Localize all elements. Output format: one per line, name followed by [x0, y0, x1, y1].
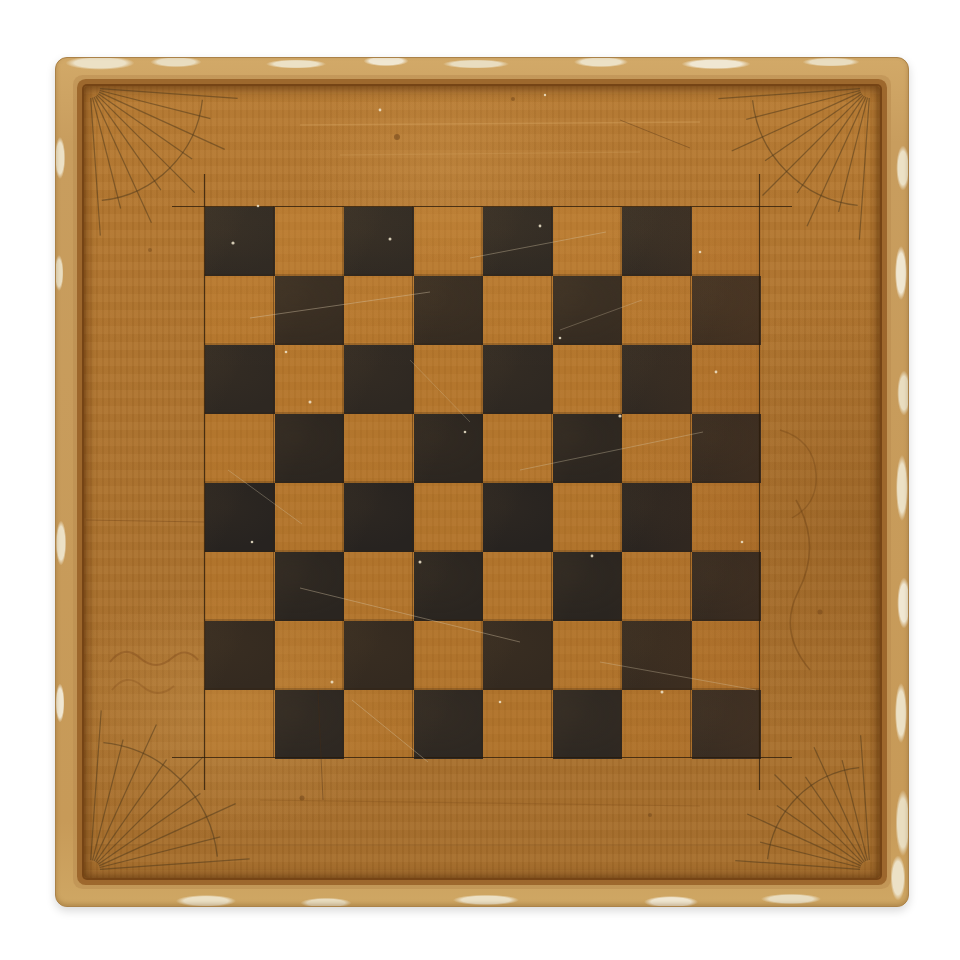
- square-e6[interactable]: [483, 345, 553, 414]
- square-h6[interactable]: [692, 345, 762, 414]
- square-f1[interactable]: [553, 690, 623, 759]
- square-b6[interactable]: [275, 345, 345, 414]
- square-d8[interactable]: [414, 207, 484, 276]
- square-c2[interactable]: [344, 621, 414, 690]
- square-e5[interactable]: [483, 414, 553, 483]
- square-f6[interactable]: [553, 345, 623, 414]
- square-g1[interactable]: [622, 690, 692, 759]
- square-g2[interactable]: [622, 621, 692, 690]
- square-h8[interactable]: [692, 207, 762, 276]
- game-board: [55, 57, 909, 907]
- square-h1[interactable]: [692, 690, 762, 759]
- square-b5[interactable]: [275, 414, 345, 483]
- square-d5[interactable]: [414, 414, 484, 483]
- checkerboard: [205, 207, 761, 759]
- square-g6[interactable]: [622, 345, 692, 414]
- square-g4[interactable]: [622, 483, 692, 552]
- square-c5[interactable]: [344, 414, 414, 483]
- square-d1[interactable]: [414, 690, 484, 759]
- square-e3[interactable]: [483, 552, 553, 621]
- square-f2[interactable]: [553, 621, 623, 690]
- square-d3[interactable]: [414, 552, 484, 621]
- square-g7[interactable]: [622, 276, 692, 345]
- square-g5[interactable]: [622, 414, 692, 483]
- square-f7[interactable]: [553, 276, 623, 345]
- square-b1[interactable]: [275, 690, 345, 759]
- square-f5[interactable]: [553, 414, 623, 483]
- square-b4[interactable]: [275, 483, 345, 552]
- square-h7[interactable]: [692, 276, 762, 345]
- square-c7[interactable]: [344, 276, 414, 345]
- square-a3[interactable]: [205, 552, 275, 621]
- square-a4[interactable]: [205, 483, 275, 552]
- square-h4[interactable]: [692, 483, 762, 552]
- square-h2[interactable]: [692, 621, 762, 690]
- square-e4[interactable]: [483, 483, 553, 552]
- square-c3[interactable]: [344, 552, 414, 621]
- square-e7[interactable]: [483, 276, 553, 345]
- square-a2[interactable]: [205, 621, 275, 690]
- square-d2[interactable]: [414, 621, 484, 690]
- board-surface: [84, 86, 880, 878]
- square-b2[interactable]: [275, 621, 345, 690]
- square-c6[interactable]: [344, 345, 414, 414]
- square-c4[interactable]: [344, 483, 414, 552]
- square-f3[interactable]: [553, 552, 623, 621]
- square-e2[interactable]: [483, 621, 553, 690]
- square-d4[interactable]: [414, 483, 484, 552]
- square-g3[interactable]: [622, 552, 692, 621]
- photo-background: [0, 0, 960, 960]
- square-d7[interactable]: [414, 276, 484, 345]
- square-e1[interactable]: [483, 690, 553, 759]
- square-a1[interactable]: [205, 690, 275, 759]
- square-b7[interactable]: [275, 276, 345, 345]
- square-h5[interactable]: [692, 414, 762, 483]
- square-b3[interactable]: [275, 552, 345, 621]
- square-c1[interactable]: [344, 690, 414, 759]
- square-b8[interactable]: [275, 207, 345, 276]
- square-a6[interactable]: [205, 345, 275, 414]
- square-a8[interactable]: [205, 207, 275, 276]
- square-g8[interactable]: [622, 207, 692, 276]
- square-c8[interactable]: [344, 207, 414, 276]
- square-d6[interactable]: [414, 345, 484, 414]
- square-a7[interactable]: [205, 276, 275, 345]
- square-a5[interactable]: [205, 414, 275, 483]
- square-h3[interactable]: [692, 552, 762, 621]
- square-f4[interactable]: [553, 483, 623, 552]
- square-e8[interactable]: [483, 207, 553, 276]
- square-f8[interactable]: [553, 207, 623, 276]
